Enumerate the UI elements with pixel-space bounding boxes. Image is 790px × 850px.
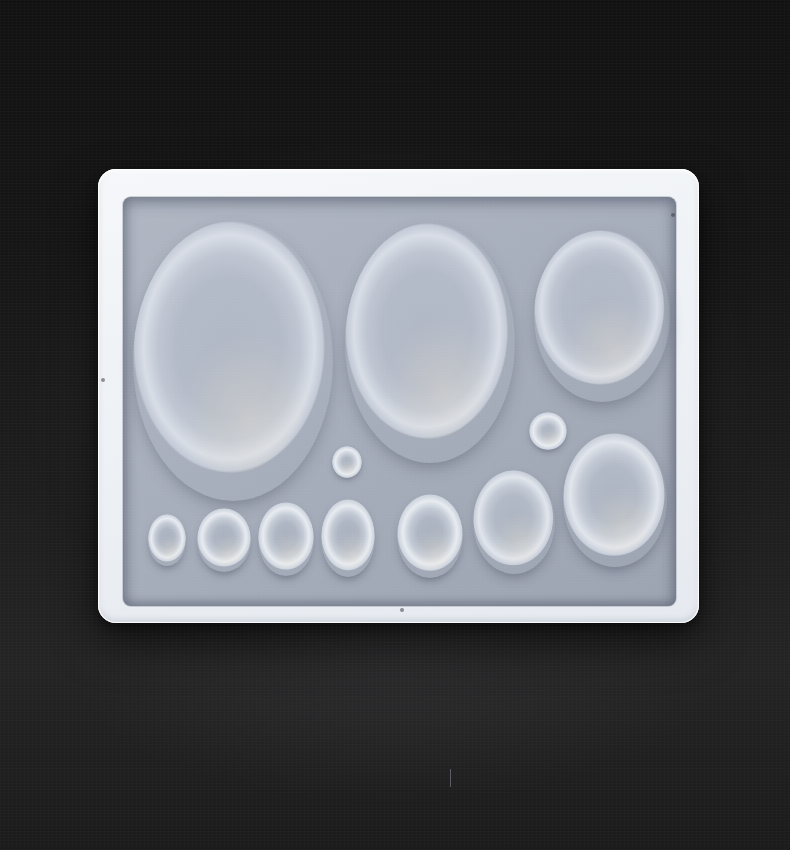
- photo-stage: [0, 0, 790, 850]
- mold-floor: [123, 197, 676, 606]
- rim-seam-mark: [450, 769, 451, 787]
- silicone-mold: [98, 169, 699, 623]
